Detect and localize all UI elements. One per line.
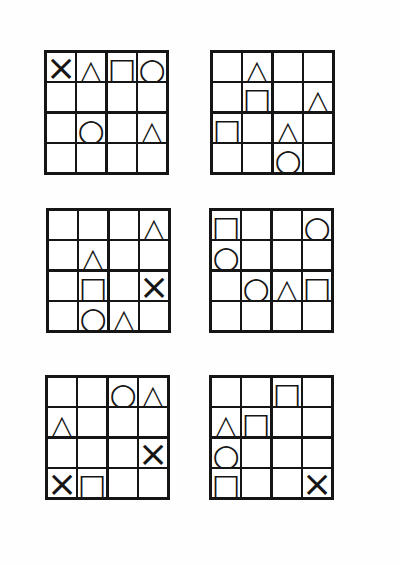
triangle-symbol: △: [81, 55, 102, 81]
triangle-symbol: △: [247, 55, 268, 81]
cell-r3c1: [49, 272, 77, 300]
cell-r4c2: [77, 144, 105, 172]
circle-symbol: ○: [212, 439, 239, 467]
cell-r1c2: △: [243, 53, 271, 81]
cell-r4c4: [138, 144, 166, 172]
cell-r3c1: [48, 439, 76, 467]
cell-r2c3: [109, 408, 137, 436]
cell-r1c3: [274, 53, 302, 81]
cell-r1c1: [213, 53, 241, 81]
cell-r2c1: [49, 241, 77, 269]
cell-r4c3: ○: [274, 144, 302, 172]
cell-r4c4: [304, 144, 332, 172]
cell-r2c3: [110, 241, 138, 269]
triangle-symbol: △: [52, 410, 73, 436]
cell-r3c2: [243, 114, 271, 142]
triangle-symbol: △: [114, 304, 135, 330]
cell-r4c2: [243, 144, 271, 172]
cell-r2c1: [213, 83, 241, 111]
cell-r3c3: [273, 439, 301, 467]
cell-r4c4: ×: [303, 469, 331, 497]
cell-r2c4: [139, 408, 167, 436]
cell-r4c1: [47, 144, 75, 172]
cell-r3c1: ○: [212, 439, 240, 467]
x-mark-symbol: ×: [139, 439, 167, 467]
cell-r2c1: △: [212, 408, 240, 436]
cell-r4c1: [213, 144, 241, 172]
cell-r4c3: [109, 469, 137, 497]
cell-r4c1: □: [212, 469, 240, 497]
cell-r3c1: □: [213, 114, 241, 142]
cell-r4c2: ○: [79, 302, 107, 330]
cell-r3c3: △: [273, 272, 301, 300]
cell-r3c2: □: [79, 272, 107, 300]
square-symbol: □: [242, 409, 270, 437]
triangle-symbol: △: [83, 243, 104, 269]
x-mark-symbol: ×: [47, 53, 75, 81]
triangle-symbol: △: [308, 85, 329, 111]
circle-symbol: ○: [242, 272, 269, 300]
cell-r2c1: △: [48, 408, 76, 436]
cell-r2c3: [274, 83, 302, 111]
cell-r4c4: [139, 469, 167, 497]
cell-r2c4: [138, 83, 166, 111]
cell-r4c3: [273, 302, 301, 330]
circle-symbol: ○: [274, 144, 301, 172]
triangle-symbol: △: [144, 213, 165, 239]
cell-r3c4: [304, 114, 332, 142]
cell-r1c3: ○: [109, 378, 137, 406]
cell-r3c4: [303, 439, 331, 467]
cell-r4c1: ×: [48, 469, 76, 497]
cell-r2c3: [273, 241, 301, 269]
square-symbol: □: [79, 273, 107, 301]
cell-r2c1: ○: [212, 241, 240, 269]
cell-r1c3: □: [273, 378, 301, 406]
cell-r4c3: [108, 144, 136, 172]
triangle-symbol: △: [277, 274, 298, 300]
cell-r3c3: [108, 114, 136, 142]
cell-r3c2: [78, 439, 106, 467]
cell-r4c3: △: [110, 302, 138, 330]
cell-r3c4: ×: [140, 272, 168, 300]
cell-r2c4: [303, 408, 331, 436]
cell-r1c2: [242, 378, 270, 406]
cell-r1c4: △: [139, 378, 167, 406]
cell-r4c4: [140, 302, 168, 330]
cell-r3c4: △: [138, 114, 166, 142]
square-symbol: □: [212, 212, 240, 240]
cell-r3c4: ×: [139, 439, 167, 467]
cell-r1c1: [48, 378, 76, 406]
cell-r2c2: [242, 241, 270, 269]
cell-r4c3: [273, 469, 301, 497]
cell-r4c2: [242, 469, 270, 497]
circle-symbol: ○: [212, 241, 239, 269]
cell-r1c2: △: [77, 53, 105, 81]
cell-r3c3: [109, 439, 137, 467]
puzzle-board-2: △□△□△○: [210, 50, 335, 175]
cell-r1c4: △: [140, 211, 168, 239]
square-symbol: □: [213, 115, 241, 143]
cell-r1c1: [212, 378, 240, 406]
circle-symbol: ○: [138, 53, 165, 81]
cell-r2c4: △: [304, 83, 332, 111]
cell-r1c2: [79, 211, 107, 239]
square-symbol: □: [303, 273, 331, 301]
cell-r1c1: □: [212, 211, 240, 239]
cell-r1c4: [304, 53, 332, 81]
triangle-symbol: △: [142, 116, 163, 142]
cell-r3c4: □: [303, 272, 331, 300]
x-mark-symbol: ×: [48, 469, 76, 497]
cell-r1c3: [110, 211, 138, 239]
cell-r1c2: [78, 378, 106, 406]
cell-r1c1: ×: [47, 53, 75, 81]
cell-r3c3: [110, 272, 138, 300]
cell-r1c1: [49, 211, 77, 239]
puzzle-board-6: □△□○□×: [209, 375, 334, 500]
cell-r1c2: [242, 211, 270, 239]
triangle-symbol: △: [143, 380, 164, 406]
cell-r2c3: [273, 408, 301, 436]
puzzle-board-5: ○△△××□: [45, 375, 170, 500]
circle-symbol: ○: [303, 211, 330, 239]
cell-r3c3: △: [274, 114, 302, 142]
cell-r2c2: □: [243, 83, 271, 111]
cell-r2c3: [108, 83, 136, 111]
square-symbol: □: [108, 54, 136, 82]
cell-r1c4: ○: [303, 211, 331, 239]
cell-r3c1: [212, 272, 240, 300]
cell-r3c1: [47, 114, 75, 142]
cell-r2c4: [303, 241, 331, 269]
cell-r1c3: □: [108, 53, 136, 81]
x-mark-symbol: ×: [303, 469, 331, 497]
triangle-symbol: △: [216, 410, 237, 436]
cell-r2c1: [47, 83, 75, 111]
puzzle-board-4: □○○○△□: [209, 208, 334, 333]
cell-r2c2: [78, 408, 106, 436]
cell-r3c2: ○: [242, 272, 270, 300]
square-symbol: □: [273, 379, 301, 407]
cell-r4c4: [303, 302, 331, 330]
cell-r2c2: △: [79, 241, 107, 269]
square-symbol: □: [78, 470, 106, 498]
circle-symbol: ○: [77, 114, 104, 142]
triangle-symbol: △: [278, 116, 299, 142]
cell-r1c4: [303, 378, 331, 406]
cell-r1c4: ○: [138, 53, 166, 81]
cell-r3c2: ○: [77, 114, 105, 142]
square-symbol: □: [243, 84, 271, 112]
circle-symbol: ○: [79, 302, 106, 330]
circle-symbol: ○: [109, 378, 136, 406]
cell-r4c1: [49, 302, 77, 330]
cell-r1c3: [273, 211, 301, 239]
worksheet-page: ×△□○○△ △□△□△○ △△□×○△ □○○○△□ ○△△××□ □△□○□…: [0, 0, 400, 565]
puzzle-board-1: ×△□○○△: [44, 50, 169, 175]
cell-r2c2: □: [242, 408, 270, 436]
square-symbol: □: [212, 470, 240, 498]
x-mark-symbol: ×: [140, 272, 168, 300]
cell-r4c2: □: [78, 469, 106, 497]
cell-r2c2: [77, 83, 105, 111]
cell-r4c2: [242, 302, 270, 330]
cell-r4c1: [212, 302, 240, 330]
cell-r2c4: [140, 241, 168, 269]
cell-r3c2: [242, 439, 270, 467]
puzzle-board-3: △△□×○△: [46, 208, 171, 333]
